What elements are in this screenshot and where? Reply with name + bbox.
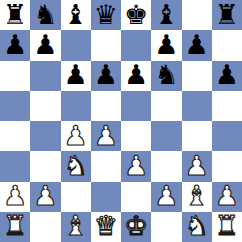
square-d5[interactable] bbox=[91, 91, 121, 121]
square-h7[interactable] bbox=[212, 30, 242, 60]
square-d3[interactable] bbox=[91, 151, 121, 181]
chess-board-widget: ♜♞♝♛♚♝♜♟♟♟♟♟♟♟♞♟♟♟♞♟♟♟♟♟♝♟♜♝♛♚♞♜ bbox=[0, 0, 242, 242]
square-c6[interactable]: ♟ bbox=[61, 61, 91, 91]
square-b7[interactable]: ♟ bbox=[30, 30, 60, 60]
square-f8[interactable]: ♝ bbox=[151, 0, 181, 30]
piece-white-pawn[interactable]: ♟ bbox=[33, 182, 57, 209]
square-g8[interactable] bbox=[182, 0, 212, 30]
square-h3[interactable] bbox=[212, 151, 242, 181]
square-c2[interactable] bbox=[61, 182, 91, 212]
square-g4[interactable] bbox=[182, 121, 212, 151]
square-b8[interactable]: ♞ bbox=[30, 0, 60, 30]
piece-black-pawn[interactable]: ♟ bbox=[64, 61, 88, 88]
square-e3[interactable]: ♟ bbox=[121, 151, 151, 181]
square-h6[interactable]: ♟ bbox=[212, 61, 242, 91]
piece-white-pawn[interactable]: ♟ bbox=[154, 182, 178, 209]
square-h8[interactable]: ♜ bbox=[212, 0, 242, 30]
square-f6[interactable]: ♞ bbox=[151, 61, 181, 91]
square-d6[interactable]: ♟ bbox=[91, 61, 121, 91]
piece-black-pawn[interactable]: ♟ bbox=[33, 31, 57, 58]
square-b6[interactable] bbox=[30, 61, 60, 91]
piece-white-pawn[interactable]: ♟ bbox=[94, 122, 118, 149]
piece-black-pawn[interactable]: ♟ bbox=[215, 61, 239, 88]
piece-white-king[interactable]: ♚ bbox=[124, 212, 148, 239]
piece-black-pawn[interactable]: ♟ bbox=[124, 61, 148, 88]
square-g1[interactable]: ♞ bbox=[182, 212, 212, 242]
square-a1[interactable]: ♜ bbox=[0, 212, 30, 242]
square-e4[interactable] bbox=[121, 121, 151, 151]
piece-white-pawn[interactable]: ♟ bbox=[185, 152, 209, 179]
square-c5[interactable] bbox=[61, 91, 91, 121]
piece-black-bishop[interactable]: ♝ bbox=[64, 1, 88, 28]
square-h1[interactable]: ♜ bbox=[212, 212, 242, 242]
square-e2[interactable] bbox=[121, 182, 151, 212]
square-c7[interactable] bbox=[61, 30, 91, 60]
square-b1[interactable] bbox=[30, 212, 60, 242]
square-a2[interactable]: ♟ bbox=[0, 182, 30, 212]
square-a8[interactable]: ♜ bbox=[0, 0, 30, 30]
square-f7[interactable]: ♟ bbox=[151, 30, 181, 60]
piece-white-bishop[interactable]: ♝ bbox=[185, 182, 209, 209]
piece-black-pawn[interactable]: ♟ bbox=[154, 31, 178, 58]
square-e5[interactable] bbox=[121, 91, 151, 121]
square-a3[interactable] bbox=[0, 151, 30, 181]
piece-black-knight[interactable]: ♞ bbox=[33, 1, 57, 28]
piece-black-rook[interactable]: ♜ bbox=[3, 1, 27, 28]
square-g7[interactable]: ♟ bbox=[182, 30, 212, 60]
square-g6[interactable] bbox=[182, 61, 212, 91]
square-f4[interactable] bbox=[151, 121, 181, 151]
piece-white-rook[interactable]: ♜ bbox=[215, 212, 239, 239]
piece-white-bishop[interactable]: ♝ bbox=[64, 212, 88, 239]
piece-white-knight[interactable]: ♞ bbox=[185, 212, 209, 239]
square-f1[interactable] bbox=[151, 212, 181, 242]
piece-white-queen[interactable]: ♛ bbox=[94, 212, 118, 239]
square-h4[interactable] bbox=[212, 121, 242, 151]
chess-board: ♜♞♝♛♚♝♜♟♟♟♟♟♟♟♞♟♟♟♞♟♟♟♟♟♝♟♜♝♛♚♞♜ bbox=[0, 0, 242, 242]
piece-white-rook[interactable]: ♜ bbox=[3, 212, 27, 239]
square-b4[interactable] bbox=[30, 121, 60, 151]
square-c3[interactable]: ♞ bbox=[61, 151, 91, 181]
piece-black-bishop[interactable]: ♝ bbox=[154, 1, 178, 28]
square-e7[interactable] bbox=[121, 30, 151, 60]
square-b2[interactable]: ♟ bbox=[30, 182, 60, 212]
square-f5[interactable] bbox=[151, 91, 181, 121]
piece-black-queen[interactable]: ♛ bbox=[94, 1, 118, 28]
piece-white-knight[interactable]: ♞ bbox=[64, 152, 88, 179]
piece-black-pawn[interactable]: ♟ bbox=[3, 31, 27, 58]
square-g5[interactable] bbox=[182, 91, 212, 121]
piece-black-pawn[interactable]: ♟ bbox=[185, 31, 209, 58]
square-e6[interactable]: ♟ bbox=[121, 61, 151, 91]
piece-white-pawn[interactable]: ♟ bbox=[64, 122, 88, 149]
square-e8[interactable]: ♚ bbox=[121, 0, 151, 30]
square-d1[interactable]: ♛ bbox=[91, 212, 121, 242]
piece-black-king[interactable]: ♚ bbox=[124, 1, 148, 28]
square-c4[interactable]: ♟ bbox=[61, 121, 91, 151]
square-d4[interactable]: ♟ bbox=[91, 121, 121, 151]
square-f2[interactable]: ♟ bbox=[151, 182, 181, 212]
piece-black-rook[interactable]: ♜ bbox=[215, 1, 239, 28]
square-a5[interactable] bbox=[0, 91, 30, 121]
square-g3[interactable]: ♟ bbox=[182, 151, 212, 181]
square-e1[interactable]: ♚ bbox=[121, 212, 151, 242]
square-h5[interactable] bbox=[212, 91, 242, 121]
square-a4[interactable] bbox=[0, 121, 30, 151]
square-a7[interactable]: ♟ bbox=[0, 30, 30, 60]
piece-white-pawn[interactable]: ♟ bbox=[215, 182, 239, 209]
square-a6[interactable] bbox=[0, 61, 30, 91]
piece-black-pawn[interactable]: ♟ bbox=[94, 61, 118, 88]
piece-white-pawn[interactable]: ♟ bbox=[124, 152, 148, 179]
square-b5[interactable] bbox=[30, 91, 60, 121]
square-d7[interactable] bbox=[91, 30, 121, 60]
square-c8[interactable]: ♝ bbox=[61, 0, 91, 30]
piece-white-pawn[interactable]: ♟ bbox=[3, 182, 27, 209]
square-d2[interactable] bbox=[91, 182, 121, 212]
square-h2[interactable]: ♟ bbox=[212, 182, 242, 212]
square-d8[interactable]: ♛ bbox=[91, 0, 121, 30]
piece-black-knight[interactable]: ♞ bbox=[154, 61, 178, 88]
square-b3[interactable] bbox=[30, 151, 60, 181]
square-c1[interactable]: ♝ bbox=[61, 212, 91, 242]
square-g2[interactable]: ♝ bbox=[182, 182, 212, 212]
square-f3[interactable] bbox=[151, 151, 181, 181]
